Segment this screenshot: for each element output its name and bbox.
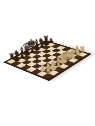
piece-black-pawn: ♟ [13,55,20,63]
chess-board: ♜♞♝♛♚♝♞♜♟♟♟♟♟♟♟♟♟♟♟♟♟♟♟♟♜♞♝♛♚♝♞♜ [3,40,91,81]
square-c6 [27,57,37,62]
product-photo[interactable]: ♜♞♝♛♚♝♞♜♟♟♟♟♟♟♟♟♟♟♟♟♟♟♟♟♜♞♝♛♚♝♞♜ [0,0,95,126]
board-grid: ♜♞♝♛♚♝♞♜♟♟♟♟♟♟♟♟♟♟♟♟♟♟♟♟♜♞♝♛♚♝♞♜ [7,41,88,78]
piece-white-rook: ♜ [44,66,53,76]
square-a1: ♜ [43,73,54,79]
